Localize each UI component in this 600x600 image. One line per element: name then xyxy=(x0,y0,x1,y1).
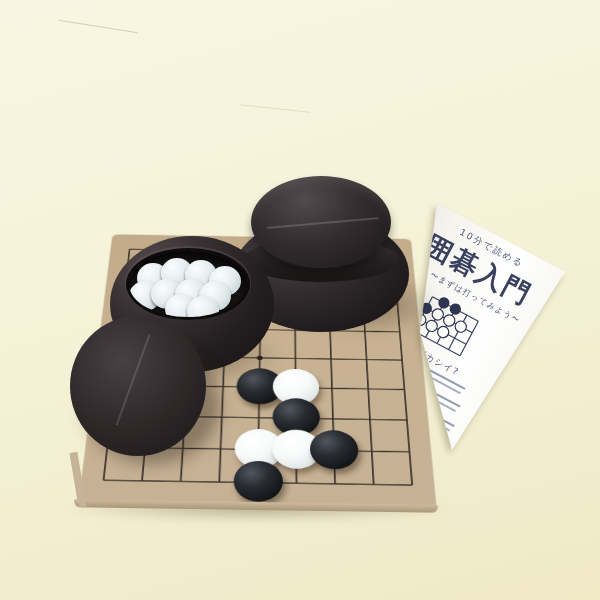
table-scratch-mark xyxy=(240,104,310,112)
pamphlet-sheet: 10分で読める 囲碁入門 〜まずは打ってみよう〜 ズカシイ? xyxy=(408,197,570,459)
table-scratch-mark xyxy=(58,20,137,34)
pamphlet: 10分で読める 囲碁入門 〜まずは打ってみよう〜 ズカシイ? xyxy=(408,197,570,459)
white-diagram-stone xyxy=(436,324,451,339)
bowl-lid-front xyxy=(70,316,206,456)
bowl-opening-white-stones xyxy=(126,248,250,320)
go-set-product-photo: 10分で読める 囲碁入門 〜まずは打ってみよう〜 ズカシイ? xyxy=(0,0,600,600)
white-diagram-stone xyxy=(453,319,468,334)
black-diagram-stone xyxy=(448,301,463,316)
lid-disc xyxy=(70,316,206,456)
pamphlet-fine-print xyxy=(431,413,455,427)
white-diagram-stone xyxy=(442,313,457,328)
